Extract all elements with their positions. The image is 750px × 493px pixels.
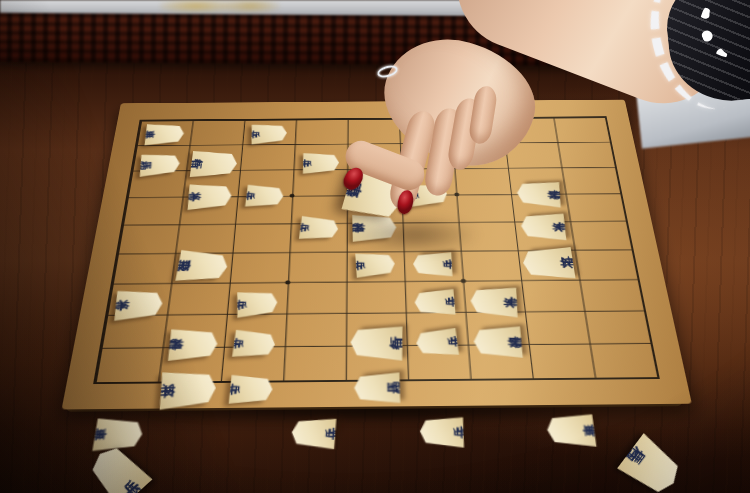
shogi-piece-lance-left: 香車	[137, 121, 193, 148]
shogi-piece-gold-right: 金将	[463, 283, 526, 321]
piece-kanji: 王将	[187, 382, 190, 396]
shogi-piece-pawn-left: 歩兵	[226, 285, 288, 323]
piece-kanji: 桂馬	[159, 160, 161, 168]
shogi-piece-pawn-left: 歩兵	[293, 146, 347, 180]
piece-kanji: 歩兵	[432, 259, 434, 269]
piece-kanji: 歩兵	[256, 298, 258, 308]
piece-kanji: 歩兵	[317, 224, 320, 233]
piece-kanji: 歩兵	[311, 426, 314, 438]
shogi-piece-gold-right: 金将	[513, 210, 574, 244]
piece-kanji: 歩兵	[434, 297, 437, 307]
piece-kanji: 銀将	[192, 339, 195, 351]
shogi-piece-rook-left: 飛車	[171, 246, 233, 286]
shogi-piece-king-right: 玉将	[517, 243, 580, 283]
held-piece-kanji: 飛車	[371, 188, 377, 204]
piece-kanji: 金将	[493, 296, 495, 307]
shogi-piece-pawn-left: 歩兵	[242, 120, 296, 147]
piece-kanji: 歩兵	[250, 383, 253, 394]
shogi-piece-knight-right: 桂馬	[345, 364, 409, 411]
piece-kanji: 銀将	[537, 189, 539, 198]
shogi-piece-silver-left: 銀将	[160, 323, 226, 367]
piece-kanji: 歩兵	[374, 259, 377, 269]
shogi-piece-pawn-left: 歩兵	[222, 322, 286, 366]
shogi-piece-pawn-right: 歩兵	[405, 283, 466, 321]
piece-kanji: 金将	[541, 222, 544, 232]
shogi-piece-pawn-right: 歩兵	[280, 412, 346, 454]
shogi-piece-pawn-right: 歩兵	[406, 321, 469, 365]
piece-kanji: 香車	[569, 424, 573, 436]
piece-kanji: 角行	[212, 159, 215, 169]
shogi-piece-silver-right: 銀将	[509, 178, 568, 210]
piece-kanji: 歩兵	[320, 159, 322, 167]
piece-kanji: 歩兵	[263, 192, 266, 201]
background-blurred-objects	[160, 0, 280, 12]
piece-kanji: 飛車	[200, 260, 204, 272]
piece-kanji: 金将	[137, 299, 140, 310]
loose-piece-bottom-right: 桂馬	[617, 433, 687, 493]
shogi-piece-gold-left: 金将	[181, 180, 239, 212]
piece-kanji: 角行	[375, 336, 378, 349]
shogi-photo-scene: 香車歩兵桂馬角行歩兵金将歩兵歩兵銀将歩兵銀将金将飛車歩兵歩兵玉将金将歩兵歩兵金将…	[0, 0, 750, 493]
piece-kanji: 歩兵	[436, 337, 439, 348]
piece-kanji: 歩兵	[268, 129, 270, 137]
shogi-piece-lance-right: 香車	[537, 409, 607, 451]
shogi-piece-silver-right: 銀将	[466, 320, 531, 364]
piece-kanji: 香車	[117, 428, 121, 440]
piece-kanji: 香車	[164, 130, 167, 138]
piece-kanji: 歩兵	[441, 425, 443, 437]
shogi-piece-pawn-right: 歩兵	[409, 411, 476, 453]
shogi-piece-bishop-left: 角行	[185, 147, 242, 181]
piece-kanji: 歩兵	[112, 468, 124, 480]
piece-kanji: 桂馬	[647, 460, 658, 473]
piece-kanji: 金将	[209, 192, 212, 202]
piece-kanji: 歩兵	[253, 338, 257, 349]
shogi-piece-bishop-right: 角行	[346, 321, 408, 365]
piece-kanji: 銀将	[497, 336, 500, 348]
shogi-piece-pawn-left: 歩兵	[236, 180, 293, 212]
hand-shadow	[325, 210, 505, 260]
shogi-piece-pawn-left: 歩兵	[218, 366, 284, 413]
star-point	[285, 280, 290, 284]
piece-kanji: 玉将	[546, 257, 550, 269]
piece-kanji: 桂馬	[376, 382, 378, 393]
shogi-piece-king-left: 王将	[154, 366, 222, 413]
shogi-piece-gold-left: 金将	[106, 286, 171, 324]
shogi-piece-knight-left: 桂馬	[131, 148, 190, 182]
